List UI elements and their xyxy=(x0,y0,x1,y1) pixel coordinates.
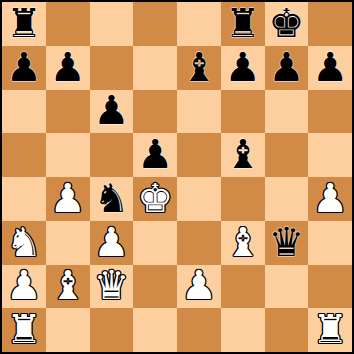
square-h5[interactable] xyxy=(308,133,352,177)
square-c7[interactable] xyxy=(90,46,134,90)
square-f2[interactable] xyxy=(221,265,265,309)
square-h7[interactable]: ♟ xyxy=(308,46,352,90)
square-a1[interactable]: ♜ xyxy=(2,308,46,352)
square-e4[interactable] xyxy=(177,177,221,221)
square-g4[interactable] xyxy=(265,177,309,221)
square-e6[interactable] xyxy=(177,90,221,134)
chess-board: ♜♜♚♟♟♝♟♟♟♟♟♝♟♞♚♟♞♟♝♛♟♝♛♟♜♜ xyxy=(2,2,352,352)
square-f3[interactable]: ♝ xyxy=(221,221,265,265)
black-pawn[interactable]: ♟ xyxy=(6,47,42,87)
square-a3[interactable]: ♞ xyxy=(2,221,46,265)
square-d2[interactable] xyxy=(133,265,177,309)
square-a6[interactable] xyxy=(2,90,46,134)
square-c2[interactable]: ♛ xyxy=(90,265,134,309)
square-c1[interactable] xyxy=(90,308,134,352)
black-pawn[interactable]: ♟ xyxy=(137,134,173,174)
black-bishop[interactable]: ♝ xyxy=(225,134,261,174)
square-d4[interactable]: ♚ xyxy=(133,177,177,221)
square-b3[interactable] xyxy=(46,221,90,265)
square-e5[interactable] xyxy=(177,133,221,177)
square-b7[interactable]: ♟ xyxy=(46,46,90,90)
square-f6[interactable] xyxy=(221,90,265,134)
white-bishop[interactable]: ♝ xyxy=(225,222,261,262)
black-pawn[interactable]: ♟ xyxy=(268,47,304,87)
square-b4[interactable]: ♟ xyxy=(46,177,90,221)
square-g7[interactable]: ♟ xyxy=(265,46,309,90)
white-pawn[interactable]: ♟ xyxy=(312,178,348,218)
black-pawn[interactable]: ♟ xyxy=(93,90,129,130)
black-king[interactable]: ♚ xyxy=(268,3,304,43)
white-pawn[interactable]: ♟ xyxy=(93,222,129,262)
square-h8[interactable] xyxy=(308,2,352,46)
square-d1[interactable] xyxy=(133,308,177,352)
black-rook[interactable]: ♜ xyxy=(225,3,261,43)
square-e1[interactable] xyxy=(177,308,221,352)
square-f5[interactable]: ♝ xyxy=(221,133,265,177)
white-queen[interactable]: ♛ xyxy=(93,265,129,305)
square-c6[interactable]: ♟ xyxy=(90,90,134,134)
square-a4[interactable] xyxy=(2,177,46,221)
black-rook[interactable]: ♜ xyxy=(6,3,42,43)
square-c8[interactable] xyxy=(90,2,134,46)
chess-board-frame: ♜♜♚♟♟♝♟♟♟♟♟♝♟♞♚♟♞♟♝♛♟♝♛♟♜♜ xyxy=(0,0,354,354)
square-h4[interactable]: ♟ xyxy=(308,177,352,221)
square-d7[interactable] xyxy=(133,46,177,90)
square-a8[interactable]: ♜ xyxy=(2,2,46,46)
square-b8[interactable] xyxy=(46,2,90,46)
square-f4[interactable] xyxy=(221,177,265,221)
black-pawn[interactable]: ♟ xyxy=(50,47,86,87)
black-pawn[interactable]: ♟ xyxy=(225,47,261,87)
white-rook[interactable]: ♜ xyxy=(6,309,42,349)
square-d3[interactable] xyxy=(133,221,177,265)
black-pawn[interactable]: ♟ xyxy=(312,47,348,87)
square-b1[interactable] xyxy=(46,308,90,352)
square-e7[interactable]: ♝ xyxy=(177,46,221,90)
square-c4[interactable]: ♞ xyxy=(90,177,134,221)
square-g6[interactable] xyxy=(265,90,309,134)
black-knight[interactable]: ♞ xyxy=(93,178,129,218)
white-pawn[interactable]: ♟ xyxy=(181,265,217,305)
square-a5[interactable] xyxy=(2,133,46,177)
white-king[interactable]: ♚ xyxy=(137,178,173,218)
square-c3[interactable]: ♟ xyxy=(90,221,134,265)
square-g2[interactable] xyxy=(265,265,309,309)
square-b5[interactable] xyxy=(46,133,90,177)
square-d8[interactable] xyxy=(133,2,177,46)
black-queen[interactable]: ♛ xyxy=(268,222,304,262)
square-g3[interactable]: ♛ xyxy=(265,221,309,265)
square-b2[interactable]: ♝ xyxy=(46,265,90,309)
white-rook[interactable]: ♜ xyxy=(312,309,348,349)
square-h3[interactable] xyxy=(308,221,352,265)
square-a7[interactable]: ♟ xyxy=(2,46,46,90)
square-g5[interactable] xyxy=(265,133,309,177)
square-e2[interactable]: ♟ xyxy=(177,265,221,309)
square-f1[interactable] xyxy=(221,308,265,352)
square-b6[interactable] xyxy=(46,90,90,134)
square-d5[interactable]: ♟ xyxy=(133,133,177,177)
square-a2[interactable]: ♟ xyxy=(2,265,46,309)
square-g1[interactable] xyxy=(265,308,309,352)
square-e3[interactable] xyxy=(177,221,221,265)
square-e8[interactable] xyxy=(177,2,221,46)
square-d6[interactable] xyxy=(133,90,177,134)
square-f7[interactable]: ♟ xyxy=(221,46,265,90)
white-knight[interactable]: ♞ xyxy=(6,222,42,262)
square-h1[interactable]: ♜ xyxy=(308,308,352,352)
square-h6[interactable] xyxy=(308,90,352,134)
square-c5[interactable] xyxy=(90,133,134,177)
square-f8[interactable]: ♜ xyxy=(221,2,265,46)
white-pawn[interactable]: ♟ xyxy=(6,265,42,305)
white-bishop[interactable]: ♝ xyxy=(50,265,86,305)
black-bishop[interactable]: ♝ xyxy=(181,47,217,87)
square-g8[interactable]: ♚ xyxy=(265,2,309,46)
square-h2[interactable] xyxy=(308,265,352,309)
white-pawn[interactable]: ♟ xyxy=(50,178,86,218)
